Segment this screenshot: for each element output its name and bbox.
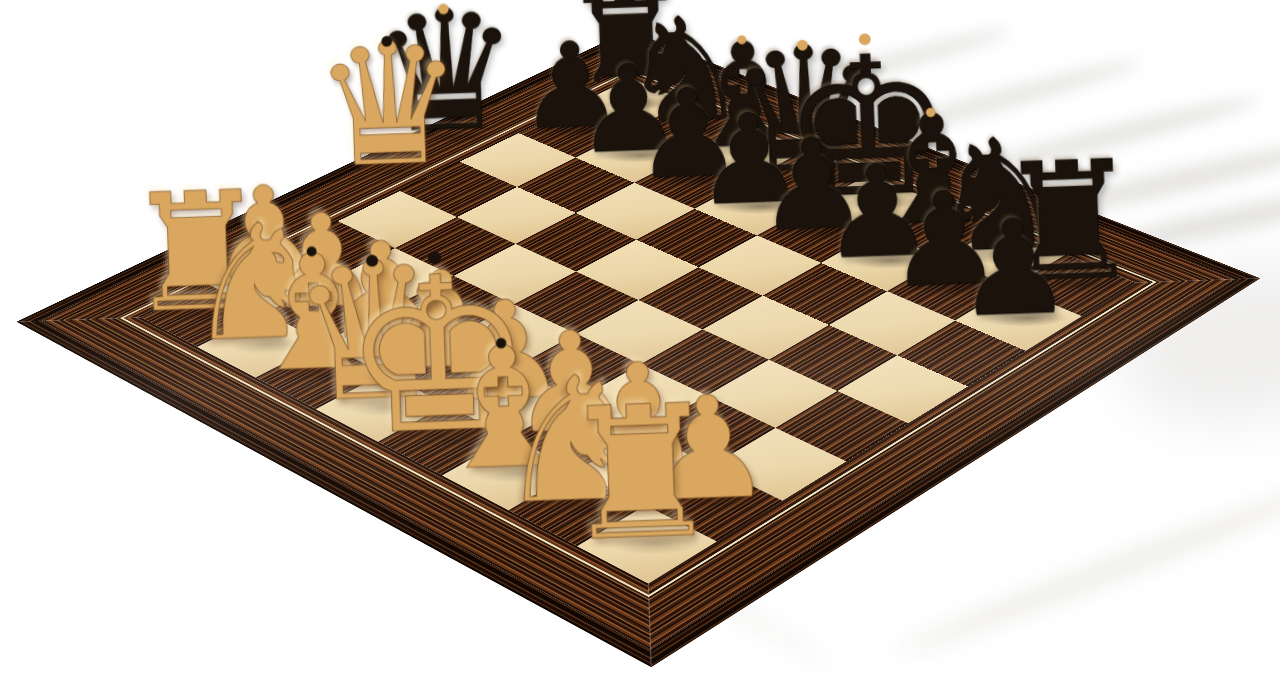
white-rook[interactable]: ♜: [556, 379, 725, 566]
board-perspective-wrapper: ♜♞♝♛♚♝♞♜♟♟♟♟♟♟♟♟♟♟♟♟♟♟♟♟♜♞♝♛♚♝♞♜ ♛♛: [0, 0, 1280, 693]
contrasting-finial: [428, 251, 442, 265]
board-field: ♜♞♝♛♚♝♞♜♟♟♟♟♟♟♟♟♟♟♟♟♟♟♟♟♜♞♝♛♚♝♞♜: [141, 78, 1136, 583]
chess-board: ♜♞♝♛♚♝♞♜♟♟♟♟♟♟♟♟♟♟♟♟♟♟♟♟♜♞♝♛♚♝♞♜ ♛♛: [17, 30, 1261, 667]
square-d5[interactable]: [576, 240, 698, 300]
contrasting-finial: [381, 35, 392, 46]
black-pawn[interactable]: ♟: [953, 200, 1075, 335]
white-queen[interactable]: ♛: [310, 18, 468, 192]
chess-set-photo-scene: ♜♞♝♛♚♝♞♜♟♟♟♟♟♟♟♟♟♟♟♟♟♟♟♟♜♞♝♛♚♝♞♜ ♛♛: [0, 0, 1280, 693]
contrasting-finial: [859, 33, 871, 45]
board-tilt-wrapper: ♜♞♝♛♚♝♞♜♟♟♟♟♟♟♟♟♟♟♟♟♟♟♟♟♜♞♝♛♚♝♞♜ ♛♛: [0, 0, 1280, 693]
